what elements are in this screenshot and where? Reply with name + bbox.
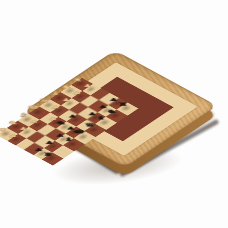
white-pawn-d2: ♟	[48, 105, 64, 109]
black-rook-h8: ♜	[40, 152, 56, 157]
square-d4: ♟	[67, 114, 87, 126]
white-queen-d1: ♛	[37, 98, 53, 103]
white-rook-a1: ♜	[69, 77, 85, 82]
square-c8: ♝	[95, 117, 117, 130]
white-pawn-h2: ♟	[5, 134, 21, 138]
white-pawn-a2: ♟	[80, 83, 96, 87]
white-bishop-c1: ♝	[48, 91, 64, 96]
white-pawn-g2: ♟	[15, 126, 31, 130]
white-king-e1: ♚	[26, 105, 42, 110]
black-pawn-d4: ♟	[65, 114, 81, 118]
white-knight-b1: ♞	[59, 84, 75, 89]
black-pawn-g7: ♟	[41, 140, 57, 144]
white-knight-g1: ♞	[5, 120, 21, 125]
white-rook-h1: ♜	[0, 127, 11, 132]
chess-set-photo: ♜♞♝♛♚♝♜♟♟♟♟♟♟♟♟♞♟♟♟♟♟♟♟♟♜♞♝♛♚♝♞♜	[0, 0, 228, 228]
white-pawn-b2: ♟	[69, 91, 85, 95]
square-d3	[58, 110, 77, 122]
black-rook-a8: ♜	[115, 102, 131, 107]
square-d8: ♛	[84, 124, 106, 137]
white-pawn-c2: ♟	[58, 98, 74, 102]
